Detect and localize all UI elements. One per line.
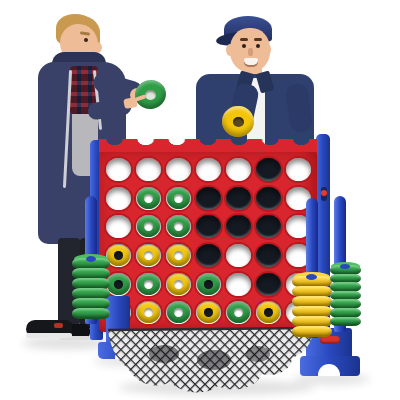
spare-ring-yellow — [292, 326, 332, 337]
right-yellow-stack-top-hole — [306, 274, 317, 280]
right-green-stack-top-hole — [340, 264, 350, 269]
ring-stack-left-green — [72, 259, 110, 319]
scene — [0, 0, 400, 400]
ring-stack-right-green — [330, 266, 361, 326]
ring-posts — [0, 0, 400, 400]
spare-ring-green — [72, 308, 110, 319]
left-green-stack-top-hole — [86, 256, 96, 262]
ring-stack-right-yellow — [292, 277, 332, 337]
spare-ring-green — [330, 317, 361, 327]
